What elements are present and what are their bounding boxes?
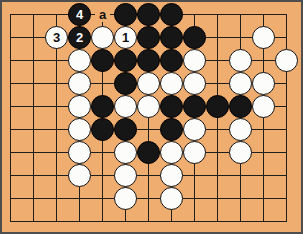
stone-white-c10r5[interactable] [229,118,252,141]
stone-white-c7r3[interactable] [160,72,183,95]
move-2-stone-black-c3r1[interactable]: 2 [68,26,91,49]
stone-black-c7r1[interactable] [160,26,183,49]
stone-white-c10r3[interactable] [229,72,252,95]
grid-line-vertical [286,14,288,223]
stone-white-c6r4[interactable] [137,95,160,118]
stone-black-c5r0[interactable] [114,3,137,26]
stone-white-c7r6[interactable] [160,141,183,164]
move-4-stone-black-c3r0[interactable]: 4 [68,3,91,26]
stone-white-c5r8[interactable] [114,187,137,210]
stone-white-c8r5[interactable] [183,118,206,141]
stone-white-c5r4[interactable] [114,95,137,118]
stone-white-c12r2[interactable] [275,49,298,72]
stone-black-c5r5[interactable] [114,118,137,141]
stone-black-c10r4[interactable] [229,95,252,118]
stone-black-c4r4[interactable] [91,95,114,118]
move-1-stone-white-c5r1[interactable]: 1 [114,26,137,49]
point-label-a[interactable]: a [95,7,110,22]
stone-black-c6r0[interactable] [137,3,160,26]
stone-white-c5r7[interactable] [114,164,137,187]
grid-line-vertical [10,14,12,223]
stone-black-c6r2[interactable] [137,49,160,72]
stone-white-c3r2[interactable] [68,49,91,72]
stone-white-c7r8[interactable] [160,187,183,210]
stone-white-c8r2[interactable] [183,49,206,72]
stone-white-c7r7[interactable] [160,164,183,187]
stone-black-c7r2[interactable] [160,49,183,72]
stone-black-c5r2[interactable] [114,49,137,72]
stone-black-c9r4[interactable] [206,95,229,118]
stone-white-c3r4[interactable] [68,95,91,118]
stone-white-c6r3[interactable] [137,72,160,95]
go-board[interactable]: 4321a [2,2,301,232]
move-3-stone-white-c2r1[interactable]: 3 [45,26,68,49]
grid-line-vertical [33,14,35,223]
stone-white-c8r6[interactable] [183,141,206,164]
grid-line-horizontal [10,198,288,200]
stone-white-c10r2[interactable] [229,49,252,72]
stone-white-c11r4[interactable] [252,95,275,118]
grid-line-horizontal [10,221,288,223]
stone-black-c8r4[interactable] [183,95,206,118]
stone-black-c6r6[interactable] [137,141,160,164]
stone-black-c5r3[interactable] [114,72,137,95]
stone-black-c4r5[interactable] [91,118,114,141]
stone-black-c8r1[interactable] [183,26,206,49]
stone-black-c7r4[interactable] [160,95,183,118]
stone-white-c3r6[interactable] [68,141,91,164]
stone-white-c3r7[interactable] [68,164,91,187]
stone-white-c4r1[interactable] [91,26,114,49]
stone-white-c11r3[interactable] [252,72,275,95]
stone-white-c5r6[interactable] [114,141,137,164]
grid-line-horizontal [10,175,288,177]
go-board-frame: 4321a [0,0,303,234]
stone-white-c8r3[interactable] [183,72,206,95]
stone-black-c4r2[interactable] [91,49,114,72]
stone-white-c11r1[interactable] [252,26,275,49]
stone-white-c3r5[interactable] [68,118,91,141]
stone-black-c6r1[interactable] [137,26,160,49]
stone-black-c7r5[interactable] [160,118,183,141]
grid-line-vertical [217,14,219,223]
stone-white-c10r6[interactable] [229,141,252,164]
stone-black-c7r0[interactable] [160,3,183,26]
stone-white-c3r3[interactable] [68,72,91,95]
